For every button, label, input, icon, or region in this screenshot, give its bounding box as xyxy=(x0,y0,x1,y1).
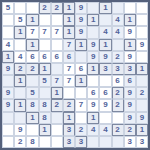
cell-r8c11[interactable]: 9 xyxy=(124,87,136,99)
clue-number: 6 xyxy=(79,65,83,73)
cell-r8c3[interactable]: 5 xyxy=(26,87,38,99)
cell-r11c11[interactable]: 2 xyxy=(124,124,136,136)
clue-number: 2 xyxy=(140,89,144,97)
clue-number: 2 xyxy=(115,101,119,109)
cell-r1c4[interactable]: 2 xyxy=(39,2,51,14)
cell-r5c11[interactable]: 9 xyxy=(124,51,136,63)
clue-number: 9 xyxy=(91,101,95,109)
clue-number: 9 xyxy=(128,114,132,122)
board-grid: 5221915119141177719449417191191466669929… xyxy=(0,0,150,150)
clue-number: 6 xyxy=(103,89,107,97)
clue-number: 5 xyxy=(30,89,34,97)
clue-number: 3 xyxy=(67,126,71,134)
clue-number: 1 xyxy=(67,16,71,24)
cell-r4c3[interactable]: 1 xyxy=(26,39,38,51)
cell-r11c1[interactable] xyxy=(2,124,14,136)
cell-r8c6[interactable] xyxy=(63,87,75,99)
cell-r6c6[interactable]: 7 xyxy=(63,63,75,75)
clue-number: 2 xyxy=(18,138,22,146)
cell-r10c2[interactable] xyxy=(14,112,26,124)
cell-r7c3[interactable] xyxy=(26,75,38,87)
clue-number: 7 xyxy=(67,77,71,85)
cell-r12c7[interactable]: 3 xyxy=(75,136,87,148)
cell-r12c8[interactable] xyxy=(87,136,99,148)
cell-r9c12[interactable] xyxy=(136,99,148,111)
cell-r12c10[interactable] xyxy=(112,136,124,148)
cell-r9c6[interactable]: 2 xyxy=(63,99,75,111)
cell-r12c11[interactable]: 3 xyxy=(124,136,136,148)
cell-r5c4[interactable]: 6 xyxy=(39,51,51,63)
clue-number: 1 xyxy=(30,114,34,122)
clue-number: 1 xyxy=(42,65,46,73)
cell-r10c10[interactable] xyxy=(112,112,124,124)
clue-number: 1 xyxy=(18,28,22,36)
cell-r8c7[interactable] xyxy=(75,87,87,99)
clue-number: 9 xyxy=(6,101,10,109)
clue-number: 4 xyxy=(103,28,107,36)
clue-number: 4 xyxy=(103,126,107,134)
clue-number: 1 xyxy=(79,41,83,49)
cell-r3c8[interactable] xyxy=(87,26,99,38)
cell-r4c12[interactable]: 9 xyxy=(136,39,148,51)
cell-r12c4[interactable] xyxy=(39,136,51,148)
cell-r3c11[interactable]: 9 xyxy=(124,26,136,38)
clue-number: 8 xyxy=(42,101,46,109)
cell-r2c5[interactable] xyxy=(51,14,63,26)
clue-number: 7 xyxy=(67,41,71,49)
cell-r6c10[interactable]: 3 xyxy=(112,63,124,75)
cell-r1c2[interactable] xyxy=(14,2,26,14)
cell-r7c6[interactable]: 7 xyxy=(63,75,75,87)
cell-r11c8[interactable]: 4 xyxy=(87,124,99,136)
cell-r4c10[interactable] xyxy=(112,39,124,51)
cell-r7c5[interactable]: 7 xyxy=(51,75,63,87)
cell-r5c8[interactable]: 9 xyxy=(87,51,99,63)
cell-r9c8[interactable]: 9 xyxy=(87,99,99,111)
clue-number: 6 xyxy=(115,77,119,85)
cell-r9c7[interactable]: 7 xyxy=(75,99,87,111)
cell-r8c1[interactable]: 9 xyxy=(2,87,14,99)
clue-number: 6 xyxy=(42,53,46,61)
clue-number: 3 xyxy=(128,138,132,146)
clue-number: 9 xyxy=(79,4,83,12)
clue-number: 3 xyxy=(140,138,144,146)
cell-r3c6[interactable]: 1 xyxy=(63,26,75,38)
cell-r8c4[interactable] xyxy=(39,87,51,99)
cell-r10c7[interactable] xyxy=(75,112,87,124)
cell-r12c5[interactable] xyxy=(51,136,63,148)
cell-r6c8[interactable]: 1 xyxy=(87,63,99,75)
cell-r10c4[interactable]: 8 xyxy=(39,112,51,124)
cell-r10c12[interactable]: 9 xyxy=(136,112,148,124)
clue-number: 1 xyxy=(140,126,144,134)
clue-number: 1 xyxy=(42,126,46,134)
clue-number: 9 xyxy=(103,53,107,61)
clue-number: 4 xyxy=(115,28,119,36)
cell-r10c6[interactable]: 1 xyxy=(63,112,75,124)
cell-r2c12[interactable] xyxy=(136,14,148,26)
cell-r5c7[interactable] xyxy=(75,51,87,63)
clue-number: 9 xyxy=(18,126,22,134)
cell-r8c2[interactable] xyxy=(14,87,26,99)
clue-number: 9 xyxy=(140,41,144,49)
cell-r3c10[interactable]: 4 xyxy=(112,26,124,38)
clue-number: 1 xyxy=(140,65,144,73)
cell-r7c2[interactable]: 1 xyxy=(14,75,26,87)
clue-number: 1 xyxy=(30,16,34,24)
clue-number: 3 xyxy=(103,65,107,73)
cell-r10c3[interactable]: 1 xyxy=(26,112,38,124)
clue-number: 1 xyxy=(55,89,59,97)
cell-r5c3[interactable]: 6 xyxy=(26,51,38,63)
clue-number: 6 xyxy=(67,53,71,61)
cell-r2c2[interactable]: 5 xyxy=(14,14,26,26)
cell-r2c6[interactable]: 1 xyxy=(63,14,75,26)
clue-number: 9 xyxy=(103,101,107,109)
cell-r9c3[interactable]: 8 xyxy=(26,99,38,111)
cell-r4c6[interactable]: 7 xyxy=(63,39,75,51)
cell-r8c9[interactable]: 6 xyxy=(99,87,111,99)
cell-r4c11[interactable]: 1 xyxy=(124,39,136,51)
cell-r11c5[interactable] xyxy=(51,124,63,136)
cell-r9c11[interactable]: 9 xyxy=(124,99,136,111)
clue-number: 5 xyxy=(6,4,10,12)
cell-r11c2[interactable]: 9 xyxy=(14,124,26,136)
cell-r9c5[interactable]: 2 xyxy=(51,99,63,111)
clue-number: 2 xyxy=(30,65,34,73)
cell-r10c8[interactable]: 1 xyxy=(87,112,99,124)
clue-number: 1 xyxy=(79,77,83,85)
cell-r7c8[interactable] xyxy=(87,75,99,87)
clue-number: 1 xyxy=(30,41,34,49)
cell-r12c1[interactable] xyxy=(2,136,14,148)
cell-r4c7[interactable]: 1 xyxy=(75,39,87,51)
cell-r4c2[interactable] xyxy=(14,39,26,51)
cell-r8c5[interactable]: 1 xyxy=(51,87,63,99)
clue-number: 9 xyxy=(128,53,132,61)
cell-r2c7[interactable]: 9 xyxy=(75,14,87,26)
cell-r6c7[interactable]: 6 xyxy=(75,63,87,75)
cell-r1c3[interactable] xyxy=(26,2,38,14)
clue-number: 7 xyxy=(30,28,34,36)
cell-r6c9[interactable]: 3 xyxy=(99,63,111,75)
cell-r1c1[interactable]: 5 xyxy=(2,2,14,14)
cell-r11c10[interactable]: 2 xyxy=(112,124,124,136)
cell-r5c5[interactable]: 6 xyxy=(51,51,63,63)
cell-r1c8[interactable] xyxy=(87,2,99,14)
clue-number: 3 xyxy=(115,65,119,73)
cell-r7c1[interactable] xyxy=(2,75,14,87)
cell-r7c11[interactable]: 6 xyxy=(124,75,136,87)
clue-number: 1 xyxy=(6,53,10,61)
clue-number: 7 xyxy=(55,28,59,36)
clue-number: 1 xyxy=(103,4,107,12)
clue-number: 2 xyxy=(115,89,119,97)
cell-r2c4[interactable] xyxy=(39,14,51,26)
cell-r1c11[interactable] xyxy=(124,2,136,14)
cell-r6c4[interactable]: 1 xyxy=(39,63,51,75)
clue-number: 2 xyxy=(42,4,46,12)
cell-r6c1[interactable]: 9 xyxy=(2,63,14,75)
cell-r9c2[interactable]: 1 xyxy=(14,99,26,111)
cell-r1c7[interactable]: 9 xyxy=(75,2,87,14)
cell-r11c3[interactable] xyxy=(26,124,38,136)
clue-number: 1 xyxy=(91,16,95,24)
cell-r3c1[interactable] xyxy=(2,26,14,38)
clue-number: 2 xyxy=(55,101,59,109)
cell-r8c8[interactable]: 6 xyxy=(87,87,99,99)
cell-r11c12[interactable]: 1 xyxy=(136,124,148,136)
cell-r1c6[interactable]: 1 xyxy=(63,2,75,14)
clue-number: 3 xyxy=(128,65,132,73)
cell-r2c1[interactable] xyxy=(2,14,14,26)
cell-r7c4[interactable]: 5 xyxy=(39,75,51,87)
cell-r12c3[interactable]: 8 xyxy=(26,136,38,148)
clue-number: 6 xyxy=(128,77,132,85)
clue-number: 2 xyxy=(128,126,132,134)
cell-r3c5[interactable]: 7 xyxy=(51,26,63,38)
cell-r3c7[interactable]: 9 xyxy=(75,26,87,38)
clue-number: 2 xyxy=(79,126,83,134)
cell-r4c9[interactable]: 1 xyxy=(99,39,111,51)
cell-r1c10[interactable] xyxy=(112,2,124,14)
clue-number: 2 xyxy=(55,4,59,12)
cell-r3c12[interactable] xyxy=(136,26,148,38)
cell-r2c3[interactable]: 1 xyxy=(26,14,38,26)
cell-r3c4[interactable]: 7 xyxy=(39,26,51,38)
cell-r1c5[interactable]: 2 xyxy=(51,2,63,14)
clue-number: 9 xyxy=(6,89,10,97)
clue-number: 9 xyxy=(128,101,132,109)
clue-number: 7 xyxy=(42,28,46,36)
cell-r6c2[interactable]: 2 xyxy=(14,63,26,75)
clue-number: 6 xyxy=(55,53,59,61)
clue-number: 1 xyxy=(128,41,132,49)
cell-r10c5[interactable] xyxy=(51,112,63,124)
clue-number: 1 xyxy=(18,77,22,85)
clue-number: 1 xyxy=(18,101,22,109)
clue-number: 8 xyxy=(30,138,34,146)
cell-r6c5[interactable] xyxy=(51,63,63,75)
cell-r3c2[interactable]: 1 xyxy=(14,26,26,38)
cell-r4c1[interactable]: 4 xyxy=(2,39,14,51)
cell-r7c10[interactable]: 6 xyxy=(112,75,124,87)
clue-number: 4 xyxy=(91,126,95,134)
cell-r10c11[interactable]: 9 xyxy=(124,112,136,124)
cell-r11c6[interactable]: 3 xyxy=(63,124,75,136)
clue-number: 7 xyxy=(55,77,59,85)
clue-number: 9 xyxy=(91,41,95,49)
clue-number: 3 xyxy=(67,138,71,146)
clue-number: 1 xyxy=(91,65,95,73)
cell-r4c4[interactable] xyxy=(39,39,51,51)
clue-number: 4 xyxy=(6,41,10,49)
cell-r11c4[interactable]: 1 xyxy=(39,124,51,136)
cell-r10c9[interactable] xyxy=(99,112,111,124)
cell-r8c10[interactable]: 2 xyxy=(112,87,124,99)
cell-r9c4[interactable]: 8 xyxy=(39,99,51,111)
clue-number: 1 xyxy=(67,114,71,122)
clue-number: 3 xyxy=(79,138,83,146)
clue-number: 1 xyxy=(103,41,107,49)
cell-r8c12[interactable]: 2 xyxy=(136,87,148,99)
cell-r7c7[interactable]: 1 xyxy=(75,75,87,87)
clue-number: 9 xyxy=(6,65,10,73)
cell-r2c11[interactable]: 1 xyxy=(124,14,136,26)
clue-number: 4 xyxy=(115,16,119,24)
cell-r12c6[interactable]: 3 xyxy=(63,136,75,148)
cell-r12c9[interactable] xyxy=(99,136,111,148)
cell-r7c9[interactable] xyxy=(99,75,111,87)
clue-number: 1 xyxy=(91,114,95,122)
cell-r2c10[interactable]: 4 xyxy=(112,14,124,26)
clue-number: 7 xyxy=(79,101,83,109)
cell-r3c3[interactable]: 7 xyxy=(26,26,38,38)
clue-number: 9 xyxy=(79,28,83,36)
clue-number: 9 xyxy=(128,89,132,97)
clue-number: 8 xyxy=(30,101,34,109)
clue-number: 1 xyxy=(67,4,71,12)
cell-r9c9[interactable]: 9 xyxy=(99,99,111,111)
cell-r5c1[interactable]: 1 xyxy=(2,51,14,63)
clue-number: 1 xyxy=(67,28,71,36)
cell-r5c2[interactable]: 4 xyxy=(14,51,26,63)
cell-r11c7[interactable]: 2 xyxy=(75,124,87,136)
clue-number: 2 xyxy=(67,101,71,109)
cell-r5c10[interactable]: 2 xyxy=(112,51,124,63)
cell-r2c8[interactable]: 1 xyxy=(87,14,99,26)
cell-r9c10[interactable]: 2 xyxy=(112,99,124,111)
cell-r6c11[interactable]: 3 xyxy=(124,63,136,75)
clue-number: 8 xyxy=(42,114,46,122)
cell-r12c2[interactable]: 2 xyxy=(14,136,26,148)
clue-number: 5 xyxy=(42,77,46,85)
clue-number: 9 xyxy=(140,114,144,122)
cell-r1c9[interactable]: 1 xyxy=(99,2,111,14)
cell-r5c6[interactable]: 6 xyxy=(63,51,75,63)
clue-number: 2 xyxy=(18,65,22,73)
cell-r6c12[interactable]: 1 xyxy=(136,63,148,75)
cell-r6c3[interactable]: 2 xyxy=(26,63,38,75)
cell-r7c12[interactable] xyxy=(136,75,148,87)
clue-number: 9 xyxy=(91,53,95,61)
clue-number: 6 xyxy=(30,53,34,61)
cell-r3c9[interactable]: 4 xyxy=(99,26,111,38)
cell-r5c12[interactable] xyxy=(136,51,148,63)
puzzle-screen: 5221915119141177719449417191191466669929… xyxy=(0,0,150,150)
clue-number: 2 xyxy=(115,53,119,61)
clue-number: 7 xyxy=(67,65,71,73)
cell-r12c12[interactable]: 3 xyxy=(136,136,148,148)
cell-r1c12[interactable] xyxy=(136,2,148,14)
cell-r4c8[interactable]: 9 xyxy=(87,39,99,51)
clue-number: 2 xyxy=(115,126,119,134)
cell-r2c9[interactable] xyxy=(99,14,111,26)
clue-number: 9 xyxy=(79,16,83,24)
clue-number: 1 xyxy=(128,16,132,24)
clue-number: 4 xyxy=(18,53,22,61)
cell-r11c9[interactable]: 4 xyxy=(99,124,111,136)
clue-number: 5 xyxy=(18,16,22,24)
cell-r5c9[interactable]: 9 xyxy=(99,51,111,63)
clue-number: 9 xyxy=(128,28,132,36)
clue-number: 6 xyxy=(91,89,95,97)
cell-r10c1[interactable] xyxy=(2,112,14,124)
cell-r4c5[interactable] xyxy=(51,39,63,51)
cell-r9c1[interactable]: 9 xyxy=(2,99,14,111)
